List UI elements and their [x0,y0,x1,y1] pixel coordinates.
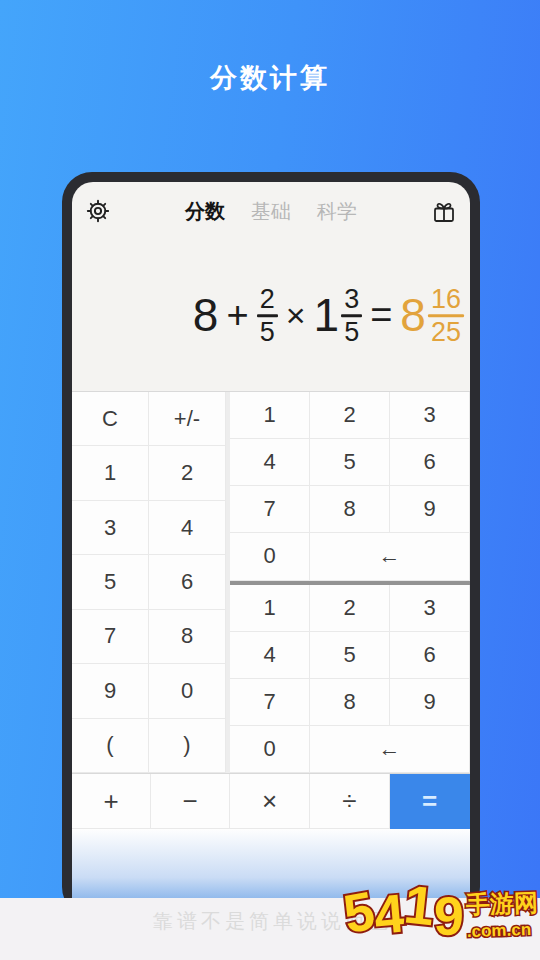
plus-operator: + [225,297,249,335]
gift-button[interactable] [431,198,457,224]
pad1-backspace-key[interactable]: ← [310,533,470,580]
calculator-screen: 分数 基础 科学 8 + 2 5 × [72,182,470,917]
pad1-key-4[interactable]: 4 [230,439,310,486]
result-whole: 8 [400,293,426,339]
expression: 8 + 2 5 × 1 3 5 = 8 [193,285,464,347]
page-title: 分数计算 [0,60,540,96]
pad1-key-9[interactable]: 9 [390,486,470,533]
pad1-key-5[interactable]: 5 [310,439,390,486]
numerator-numpad: 1 2 3 4 5 6 7 8 9 0 ← [230,392,470,581]
numerator: 2 [257,285,278,313]
key-multiply[interactable]: × [230,774,310,829]
pad2-key-6[interactable]: 6 [390,632,470,679]
key-left-9[interactable]: 9 [72,664,149,718]
logo-site-name: 手游网 [465,887,538,921]
logo-digit: 1 [402,876,438,933]
fraction-3-5: 3 5 [341,285,362,347]
key-left-3[interactable]: 3 [72,501,149,555]
tab-fraction[interactable]: 分数 [185,198,225,225]
gift-icon [431,199,457,224]
calculator-topbar: 分数 基础 科学 [72,182,470,240]
pad1-key-7[interactable]: 7 [230,486,310,533]
operand-1: 8 [193,293,219,339]
gear-icon [86,199,110,223]
result-8-16-25: 8 16 25 [400,285,464,347]
result-numerator: 16 [428,285,464,313]
logo-digit: 4 [372,886,407,942]
right-keypad: 1 2 3 4 5 6 7 8 9 0 ← 1 2 3 4 [230,392,470,773]
key-sign-toggle[interactable]: +/- [149,392,226,446]
key-left-2[interactable]: 2 [149,446,226,500]
key-clear[interactable]: C [72,392,149,446]
pad1-key-2[interactable]: 2 [310,392,390,439]
operator-row: + − × ÷ = [72,773,470,829]
pad1-key-3[interactable]: 3 [390,392,470,439]
pad1-key-0[interactable]: 0 [230,533,310,580]
pad1-key-8[interactable]: 8 [310,486,390,533]
mixed-number-1-3-5: 1 3 5 [314,285,363,347]
site-logo: 5 4 1 9 手游网 .com.cn [343,879,539,947]
settings-button[interactable] [85,198,111,224]
key-subtract[interactable]: − [151,774,230,829]
key-left-0[interactable]: 0 [149,664,226,718]
pad2-key-1[interactable]: 1 [230,585,310,632]
key-add[interactable]: + [72,774,151,829]
calculator-display: 8 + 2 5 × 1 3 5 = 8 [72,240,470,391]
result-denominator: 25 [428,318,464,346]
key-left-6[interactable]: 6 [149,555,226,609]
key-divide[interactable]: ÷ [310,774,390,829]
tab-scientific[interactable]: 科学 [317,198,357,225]
key-left-8[interactable]: 8 [149,610,226,664]
logo-digit: 9 [433,888,464,943]
site-logo-number: 5 4 1 9 [343,881,465,939]
equals-operator: = [369,297,393,335]
site-logo-text: 手游网 .com.cn [465,887,539,942]
denominator: 5 [257,318,278,346]
phone-frame: 分数 基础 科学 8 + 2 5 × [62,172,480,917]
key-left-5[interactable]: 5 [72,555,149,609]
denominator: 5 [341,318,362,346]
left-keypad: C +/- 1 2 3 4 5 6 7 8 9 0 ( ) [72,392,230,773]
pad2-backspace-key[interactable]: ← [310,726,470,773]
whole-part: 1 [314,293,340,339]
numerator: 3 [341,285,362,313]
pad1-key-1[interactable]: 1 [230,392,310,439]
denominator-numpad: 1 2 3 4 5 6 7 8 9 0 ← [230,585,470,774]
key-left-7[interactable]: 7 [72,610,149,664]
pad2-key-9[interactable]: 9 [390,679,470,726]
mode-tabs: 分数 基础 科学 [111,198,431,225]
pad2-key-7[interactable]: 7 [230,679,310,726]
pad1-key-6[interactable]: 6 [390,439,470,486]
keypad: C +/- 1 2 3 4 5 6 7 8 9 0 ( ) 1 2 3 [72,391,470,773]
pad2-key-2[interactable]: 2 [310,585,390,632]
result-fraction: 16 25 [428,285,464,347]
key-close-paren[interactable]: ) [149,719,226,773]
key-left-4[interactable]: 4 [149,501,226,555]
logo-domain: .com.cn [466,920,539,943]
pad2-key-3[interactable]: 3 [390,585,470,632]
tab-basic[interactable]: 基础 [251,198,291,225]
pad2-key-0[interactable]: 0 [230,726,310,773]
key-open-paren[interactable]: ( [72,719,149,773]
fraction-2-5: 2 5 [257,285,278,347]
key-equals[interactable]: = [390,774,470,829]
pad2-key-8[interactable]: 8 [310,679,390,726]
pad2-key-5[interactable]: 5 [310,632,390,679]
pad2-key-4[interactable]: 4 [230,632,310,679]
key-left-1[interactable]: 1 [72,446,149,500]
multiply-operator: × [285,299,307,333]
